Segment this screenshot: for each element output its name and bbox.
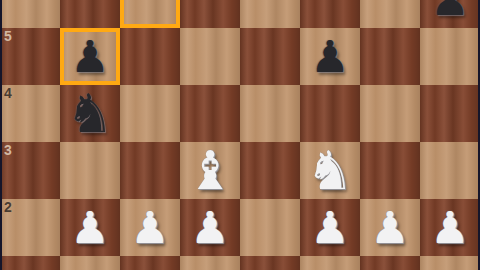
square-g3[interactable] xyxy=(360,142,420,199)
square-c6-last-move-highlight[interactable] xyxy=(120,0,180,28)
square-a4[interactable]: 4 xyxy=(0,85,60,142)
black-pawn[interactable]: ♟ xyxy=(300,28,360,85)
chess-board: ♟5♟♟4♞3♝♞2♟♟♟♟♟♟ xyxy=(0,0,480,270)
square-f6[interactable] xyxy=(300,0,360,28)
square-d1[interactable] xyxy=(180,256,240,270)
square-b5-last-move-highlight[interactable]: ♟ xyxy=(60,28,120,85)
rank-label-5: 5 xyxy=(4,29,12,43)
square-f2[interactable]: ♟ xyxy=(300,199,360,256)
square-e3[interactable] xyxy=(240,142,300,199)
square-c1[interactable] xyxy=(120,256,180,270)
square-h6[interactable]: ♟ xyxy=(420,0,480,28)
white-pawn[interactable]: ♟ xyxy=(120,199,180,256)
white-pawn[interactable]: ♟ xyxy=(300,199,360,256)
chess-app-viewport: ♟5♟♟4♞3♝♞2♟♟♟♟♟♟ xyxy=(0,0,480,270)
square-e5[interactable] xyxy=(240,28,300,85)
square-e6[interactable] xyxy=(240,0,300,28)
square-g5[interactable] xyxy=(360,28,420,85)
white-bishop[interactable]: ♝ xyxy=(180,142,240,199)
square-a6[interactable] xyxy=(0,0,60,28)
square-e2[interactable] xyxy=(240,199,300,256)
square-h1[interactable] xyxy=(420,256,480,270)
square-a5[interactable]: 5 xyxy=(0,28,60,85)
square-h4[interactable] xyxy=(420,85,480,142)
white-pawn[interactable]: ♟ xyxy=(360,199,420,256)
square-h5[interactable] xyxy=(420,28,480,85)
square-e4[interactable] xyxy=(240,85,300,142)
square-b4[interactable]: ♞ xyxy=(60,85,120,142)
square-b3[interactable] xyxy=(60,142,120,199)
rank-label-2: 2 xyxy=(4,200,12,214)
square-a1[interactable] xyxy=(0,256,60,270)
square-e1[interactable] xyxy=(240,256,300,270)
black-pawn[interactable]: ♟ xyxy=(60,28,120,85)
square-f1[interactable] xyxy=(300,256,360,270)
square-h3[interactable] xyxy=(420,142,480,199)
square-c2[interactable]: ♟ xyxy=(120,199,180,256)
square-c3[interactable] xyxy=(120,142,180,199)
rank-label-3: 3 xyxy=(4,143,12,157)
square-b2[interactable]: ♟ xyxy=(60,199,120,256)
rank-label-4: 4 xyxy=(4,86,12,100)
square-h2[interactable]: ♟ xyxy=(420,199,480,256)
square-f4[interactable] xyxy=(300,85,360,142)
white-pawn[interactable]: ♟ xyxy=(60,199,120,256)
square-g1[interactable] xyxy=(360,256,420,270)
square-a2[interactable]: 2 xyxy=(0,199,60,256)
app-background-edge-left xyxy=(0,0,2,270)
square-d4[interactable] xyxy=(180,85,240,142)
square-f3[interactable]: ♞ xyxy=(300,142,360,199)
white-pawn[interactable]: ♟ xyxy=(180,199,240,256)
white-knight[interactable]: ♞ xyxy=(300,142,360,199)
square-g2[interactable]: ♟ xyxy=(360,199,420,256)
square-c4[interactable] xyxy=(120,85,180,142)
square-d6[interactable] xyxy=(180,0,240,28)
black-knight[interactable]: ♞ xyxy=(60,85,120,142)
square-d3[interactable]: ♝ xyxy=(180,142,240,199)
square-g6[interactable] xyxy=(360,0,420,28)
square-b6[interactable] xyxy=(60,0,120,28)
square-d2[interactable]: ♟ xyxy=(180,199,240,256)
square-d5[interactable] xyxy=(180,28,240,85)
square-c5[interactable] xyxy=(120,28,180,85)
square-b1[interactable] xyxy=(60,256,120,270)
white-pawn[interactable]: ♟ xyxy=(420,199,480,256)
square-f5[interactable]: ♟ xyxy=(300,28,360,85)
black-pawn[interactable]: ♟ xyxy=(420,0,480,28)
square-a3[interactable]: 3 xyxy=(0,142,60,199)
square-g4[interactable] xyxy=(360,85,420,142)
